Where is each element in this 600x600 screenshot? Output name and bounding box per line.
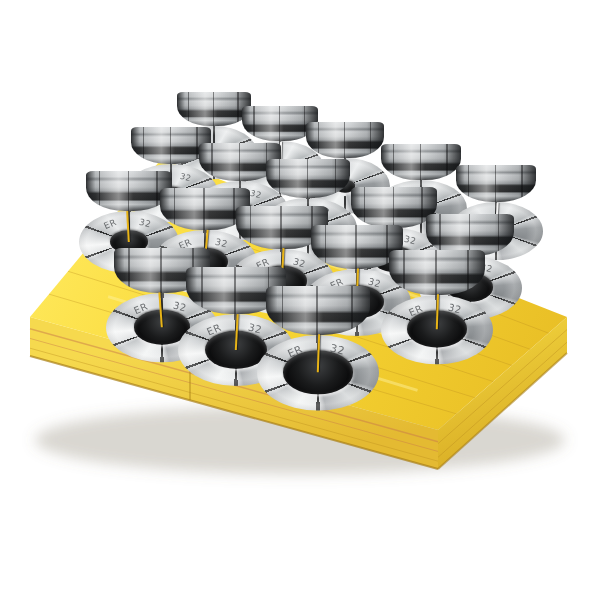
collet-engraving-size: 32 — [367, 276, 382, 288]
collet-row4-col3: ER 32 — [257, 296, 379, 410]
collet-engraving-size: 32 — [214, 237, 228, 249]
collet-body — [389, 250, 485, 295]
collet-row3-col5: ER 32 — [381, 259, 493, 364]
collet-body — [456, 165, 537, 203]
collet-top-face: ER 32 — [257, 335, 379, 411]
collet-engraving-size: 32 — [180, 171, 193, 182]
collet-body — [266, 159, 350, 198]
collet-set-photo: ER 32 ER 32 ER 32 ER 32 — [0, 0, 600, 600]
collet-body — [351, 187, 438, 227]
collet-body — [266, 286, 371, 335]
collet-top-face: ER 32 — [381, 295, 493, 364]
collet-body — [306, 122, 383, 158]
